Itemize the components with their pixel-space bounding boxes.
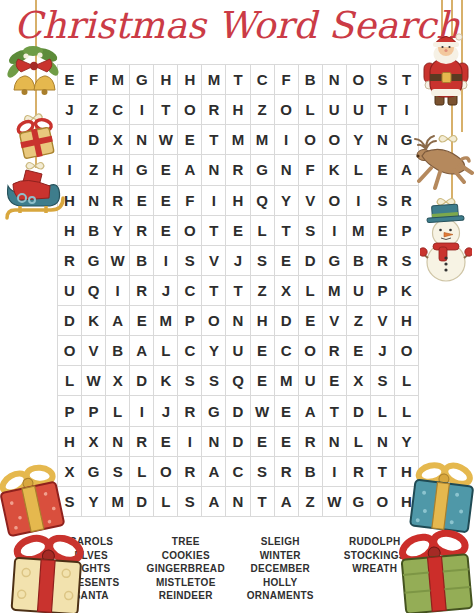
grid-cell-r2c13: U xyxy=(347,95,371,125)
grid-cell-r2c5: T xyxy=(154,95,178,125)
grid-cell-r2c14: T xyxy=(371,95,395,125)
grid-cell-r4c5: E xyxy=(154,155,178,185)
grid-cell-r4c6: A xyxy=(178,155,202,185)
grid-cell-r15c13: G xyxy=(347,487,371,517)
grid-cell-r15c12: W xyxy=(323,487,347,517)
grid-cell-r4c2: Z xyxy=(82,155,106,185)
grid-cell-r7c4: B xyxy=(130,246,154,276)
grid-cell-r13c2: X xyxy=(82,427,106,457)
grid-cell-r6c14: E xyxy=(371,216,395,246)
grid-cell-r2c9: Z xyxy=(251,95,275,125)
grid-cell-r15c2: Y xyxy=(82,487,106,517)
grid-cell-r3c1: I xyxy=(58,125,82,155)
grid-cell-r2c15: I xyxy=(395,95,419,125)
grid-cell-r10c2: V xyxy=(82,336,106,366)
grid-cell-r8c1: U xyxy=(58,276,82,306)
grid-cell-r15c8: N xyxy=(226,487,250,517)
grid-cell-r9c6: P xyxy=(178,306,202,336)
grid-cell-r1c2: F xyxy=(82,65,106,95)
grid-cell-r8c13: U xyxy=(347,276,371,306)
grid-cell-r10c14: J xyxy=(371,336,395,366)
grid-cell-r3c9: M xyxy=(251,125,275,155)
grid-cell-r11c10: M xyxy=(275,366,299,396)
grid-cell-r9c1: D xyxy=(58,306,82,336)
cream-gift-icon xyxy=(3,531,91,613)
grid-cell-r4c12: K xyxy=(323,155,347,185)
word-list-column-3: SLEIGHWINTERDECEMBERHOLLYORNAMENTS xyxy=(235,535,326,603)
grid-cell-r3c5: W xyxy=(154,125,178,155)
word-tree: TREE xyxy=(141,535,232,549)
grid-cell-r13c14: N xyxy=(371,427,395,457)
grid-cell-r12c14: L xyxy=(371,396,395,426)
grid-cell-r12c6: R xyxy=(178,396,202,426)
word-holly: HOLLY xyxy=(235,576,326,590)
grid-cell-r11c14: S xyxy=(371,366,395,396)
grid-cell-r9c9: H xyxy=(251,306,275,336)
grid-cell-r12c10: E xyxy=(275,396,299,426)
word-gingerbread: GINGERBREAD xyxy=(141,562,232,576)
grid-cell-r9c10: D xyxy=(275,306,299,336)
grid-cell-r1c12: N xyxy=(323,65,347,95)
grid-cell-r5c10: Y xyxy=(275,186,299,216)
grid-cell-r13c5: E xyxy=(154,427,178,457)
grid-cell-r1c6: H xyxy=(178,65,202,95)
grid-cell-r12c5: J xyxy=(154,396,178,426)
grid-cell-r12c13: D xyxy=(347,396,371,426)
grid-cell-r8c12: M xyxy=(323,276,347,306)
grid-cell-r5c8: H xyxy=(226,186,250,216)
grid-cell-r10c5: L xyxy=(154,336,178,366)
grid-cell-r5c3: R xyxy=(106,186,130,216)
grid-cell-r10c1: O xyxy=(58,336,82,366)
grid-cell-r12c12: T xyxy=(323,396,347,426)
grid-cell-r7c14: R xyxy=(371,246,395,276)
grid-cell-r8c5: J xyxy=(154,276,178,306)
grid-cell-r8c10: X xyxy=(275,276,299,306)
grid-cell-r4c11: F xyxy=(299,155,323,185)
holly-bells-icon xyxy=(5,42,63,108)
grid-cell-r7c9: S xyxy=(251,246,275,276)
grid-cell-r4c8: R xyxy=(226,155,250,185)
grid-cell-r14c14: T xyxy=(371,457,395,487)
grid-cell-r1c9: C xyxy=(251,65,275,95)
grid-cell-r6c4: R xyxy=(130,216,154,246)
grid-cell-r6c12: I xyxy=(323,216,347,246)
grid-cell-r1c11: B xyxy=(299,65,323,95)
grid-cell-r6c9: L xyxy=(251,216,275,246)
word-sleigh: SLEIGH xyxy=(235,535,326,549)
grid-cell-r6c3: Y xyxy=(106,216,130,246)
grid-cell-r5c5: E xyxy=(154,186,178,216)
grid-cell-r11c13: X xyxy=(347,366,371,396)
grid-cell-r15c3: M xyxy=(106,487,130,517)
word-reindeer: REINDEER xyxy=(141,589,232,603)
grid-cell-r8c15: K xyxy=(395,276,419,306)
grid-cell-r7c3: W xyxy=(106,246,130,276)
grid-cell-r10c3: B xyxy=(106,336,130,366)
grid-cell-r3c13: Y xyxy=(347,125,371,155)
grid-cell-r9c14: V xyxy=(371,306,395,336)
grid-cell-r3c12: O xyxy=(323,125,347,155)
grid-cell-r11c7: S xyxy=(202,366,226,396)
word-winter: WINTER xyxy=(235,549,326,563)
grid-cell-r10c12: R xyxy=(323,336,347,366)
green-gift-icon xyxy=(390,527,474,613)
grid-cell-r10c4: A xyxy=(130,336,154,366)
grid-cell-r15c4: D xyxy=(130,487,154,517)
grid-cell-r11c4: D xyxy=(130,366,154,396)
grid-cell-r1c13: O xyxy=(347,65,371,95)
grid-cell-r3c4: N xyxy=(130,125,154,155)
grid-cell-r11c1: L xyxy=(58,366,82,396)
grid-cell-r14c3: S xyxy=(106,457,130,487)
grid-cell-r2c4: I xyxy=(130,95,154,125)
grid-cell-r13c3: N xyxy=(106,427,130,457)
grid-cell-r15c7: A xyxy=(202,487,226,517)
grid-cell-r2c2: Z xyxy=(82,95,106,125)
grid-cell-r10c13: E xyxy=(347,336,371,366)
grid-cell-r15c14: O xyxy=(371,487,395,517)
grid-cell-r13c9: E xyxy=(251,427,275,457)
grid-cell-r3c10: I xyxy=(275,125,299,155)
grid-cell-r2c8: H xyxy=(226,95,250,125)
grid-cell-r14c2: G xyxy=(82,457,106,487)
grid-cell-r12c8: D xyxy=(226,396,250,426)
grid-cell-r9c3: A xyxy=(106,306,130,336)
grid-cell-r9c8: N xyxy=(226,306,250,336)
grid-cell-r10c10: C xyxy=(275,336,299,366)
grid-cell-r14c10: R xyxy=(275,457,299,487)
grid-cell-r13c13: L xyxy=(347,427,371,457)
grid-cell-r4c14: E xyxy=(371,155,395,185)
grid-cell-r13c6: I xyxy=(178,427,202,457)
grid-cell-r10c6: C xyxy=(178,336,202,366)
grid-cell-r14c11: B xyxy=(299,457,323,487)
grid-cell-r6c2: B xyxy=(82,216,106,246)
grid-cell-r13c7: N xyxy=(202,427,226,457)
grid-cell-r8c14: P xyxy=(371,276,395,306)
grid-cell-r14c7: A xyxy=(202,457,226,487)
grid-cell-r9c12: V xyxy=(323,306,347,336)
gift-ornament-icon xyxy=(11,107,60,166)
grid-cell-r13c1: H xyxy=(58,427,82,457)
grid-cell-r1c14: S xyxy=(371,65,395,95)
grid-cell-r1c5: H xyxy=(154,65,178,95)
grid-cell-r3c3: X xyxy=(106,125,130,155)
grid-cell-r5c13: I xyxy=(347,186,371,216)
grid-cell-r13c12: N xyxy=(323,427,347,457)
grid-cell-r5c6: F xyxy=(178,186,202,216)
grid-cell-r5c14: S xyxy=(371,186,395,216)
grid-cell-r8c3: I xyxy=(106,276,130,306)
grid-cell-r15c9: T xyxy=(251,487,275,517)
grid-cell-r4c7: N xyxy=(202,155,226,185)
grid-cell-r7c2: G xyxy=(82,246,106,276)
grid-cell-r5c9: Q xyxy=(251,186,275,216)
grid-cell-r6c10: T xyxy=(275,216,299,246)
grid-cell-r7c10: E xyxy=(275,246,299,276)
grid-cell-r15c10: A xyxy=(275,487,299,517)
grid-cell-r3c8: M xyxy=(226,125,250,155)
grid-cell-r7c7: V xyxy=(202,246,226,276)
grid-cell-r6c6: O xyxy=(178,216,202,246)
grid-cell-r12c9: W xyxy=(251,396,275,426)
grid-cell-r3c7: T xyxy=(202,125,226,155)
grid-cell-r7c12: G xyxy=(323,246,347,276)
grid-cell-r8c6: C xyxy=(178,276,202,306)
grid-cell-r14c12: I xyxy=(323,457,347,487)
grid-cell-r10c9: E xyxy=(251,336,275,366)
grid-cell-r11c9: E xyxy=(251,366,275,396)
grid-cell-r6c13: M xyxy=(347,216,371,246)
santa-icon xyxy=(420,30,472,108)
grid-cell-r5c2: N xyxy=(82,186,106,216)
grid-cell-r14c13: R xyxy=(347,457,371,487)
reindeer-icon xyxy=(412,131,474,195)
grid-cell-r11c3: X xyxy=(106,366,130,396)
grid-cell-r7c8: J xyxy=(226,246,250,276)
grid-cell-r9c15: H xyxy=(395,306,419,336)
grid-cell-r13c4: R xyxy=(130,427,154,457)
grid-cell-r9c7: O xyxy=(202,306,226,336)
grid-cell-r4c3: H xyxy=(106,155,130,185)
grid-cell-r14c8: C xyxy=(226,457,250,487)
grid-cell-r7c11: D xyxy=(299,246,323,276)
grid-cell-r8c9: Z xyxy=(251,276,275,306)
grid-cell-r7c6: S xyxy=(178,246,202,276)
grid-cell-r4c13: L xyxy=(347,155,371,185)
grid-cell-r11c6: S xyxy=(178,366,202,396)
sleigh-icon xyxy=(4,160,66,228)
word-list-column-2: TREECOOKIESGINGERBREADMISTLETOEREINDEER xyxy=(141,535,232,603)
grid-cell-r10c11: O xyxy=(299,336,323,366)
grid-cell-r8c11: L xyxy=(299,276,323,306)
grid-cell-r12c15: L xyxy=(395,396,419,426)
grid-cell-r5c12: O xyxy=(323,186,347,216)
grid-cell-r3c11: O xyxy=(299,125,323,155)
grid-cell-r9c13: Z xyxy=(347,306,371,336)
grid-cell-r3c2: D xyxy=(82,125,106,155)
grid-cell-r2c10: O xyxy=(275,95,299,125)
grid-cell-r9c11: E xyxy=(299,306,323,336)
grid-cell-r2c6: O xyxy=(178,95,202,125)
grid-cell-r11c15: L xyxy=(395,366,419,396)
grid-cell-r2c3: C xyxy=(106,95,130,125)
grid-cell-r6c7: T xyxy=(202,216,226,246)
grid-cell-r11c5: K xyxy=(154,366,178,396)
grid-cell-r11c8: Q xyxy=(226,366,250,396)
grid-cell-r13c11: R xyxy=(299,427,323,457)
grid-cell-r12c11: A xyxy=(299,396,323,426)
grid-cell-r5c7: I xyxy=(202,186,226,216)
grid-cell-r4c4: G xyxy=(130,155,154,185)
grid-cell-r7c13: B xyxy=(347,246,371,276)
grid-cell-r10c15: O xyxy=(395,336,419,366)
grid-cell-r8c7: T xyxy=(202,276,226,306)
grid-cell-r2c11: L xyxy=(299,95,323,125)
grid-cell-r3c14: N xyxy=(371,125,395,155)
grid-cell-r1c3: M xyxy=(106,65,130,95)
grid-cell-r14c5: O xyxy=(154,457,178,487)
grid-cell-r5c11: V xyxy=(299,186,323,216)
grid-cell-r14c4: L xyxy=(130,457,154,487)
grid-cell-r12c1: P xyxy=(58,396,82,426)
grid-cell-r6c5: E xyxy=(154,216,178,246)
grid-cell-r5c4: E xyxy=(130,186,154,216)
grid-cell-r14c9: S xyxy=(251,457,275,487)
grid-cell-r8c8: T xyxy=(226,276,250,306)
grid-cell-r14c6: R xyxy=(178,457,202,487)
grid-cell-r1c7: M xyxy=(202,65,226,95)
grid-cell-r7c5: I xyxy=(154,246,178,276)
grid-cell-r4c10: N xyxy=(275,155,299,185)
grid-cell-r13c10: E xyxy=(275,427,299,457)
word-mistletoe: MISTLETOE xyxy=(141,576,232,590)
grid-cell-r13c15: Y xyxy=(395,427,419,457)
word-ornaments: ORNAMENTS xyxy=(235,589,326,603)
grid-cell-r4c9: G xyxy=(251,155,275,185)
grid-cell-r6c15: P xyxy=(395,216,419,246)
grid-cell-r2c12: U xyxy=(323,95,347,125)
grid-cell-r3c6: E xyxy=(178,125,202,155)
word-search-grid: EFMGHHMTCFBNOSTJZCITORHZOLUUTIIDXNWETMMI… xyxy=(57,64,419,517)
grid-cell-r7c1: R xyxy=(58,246,82,276)
grid-cell-r1c15: T xyxy=(395,65,419,95)
grid-cell-r7c15: S xyxy=(395,246,419,276)
grid-cell-r6c8: E xyxy=(226,216,250,246)
grid-cell-r11c2: W xyxy=(82,366,106,396)
grid-cell-r15c11: Z xyxy=(299,487,323,517)
puzzle-title: Christmas Word Search xyxy=(0,4,474,47)
grid-cell-r1c8: T xyxy=(226,65,250,95)
grid-cell-r10c8: U xyxy=(226,336,250,366)
grid-cell-r12c4: I xyxy=(130,396,154,426)
grid-cell-r12c7: G xyxy=(202,396,226,426)
grid-cell-r2c7: R xyxy=(202,95,226,125)
word-cookies: COOKIES xyxy=(141,549,232,563)
grid-cell-r13c8: D xyxy=(226,427,250,457)
grid-cell-r9c5: M xyxy=(154,306,178,336)
grid-cell-r11c12: E xyxy=(323,366,347,396)
grid-cell-r15c6: S xyxy=(178,487,202,517)
word-december: DECEMBER xyxy=(235,562,326,576)
grid-cell-r12c2: P xyxy=(82,396,106,426)
snowman-icon xyxy=(420,196,472,286)
grid-cell-r12c3: L xyxy=(106,396,130,426)
grid-cell-r15c5: L xyxy=(154,487,178,517)
grid-cell-r1c4: G xyxy=(130,65,154,95)
grid-cell-r9c2: K xyxy=(82,306,106,336)
grid-cell-r11c11: U xyxy=(299,366,323,396)
grid-cell-r8c4: R xyxy=(130,276,154,306)
grid-cell-r1c10: F xyxy=(275,65,299,95)
grid-cell-r8c2: Q xyxy=(82,276,106,306)
word-list: CAROLSELVESLIGHTSPRESENTSSANTATREECOOKIE… xyxy=(46,535,420,603)
grid-cell-r10c7: Y xyxy=(202,336,226,366)
grid-cell-r9c4: E xyxy=(130,306,154,336)
grid-cell-r6c11: S xyxy=(299,216,323,246)
